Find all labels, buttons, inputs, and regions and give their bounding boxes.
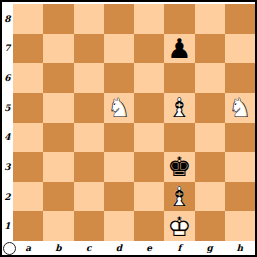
file-label-c: c [74, 241, 104, 254]
square-e2[interactable] [134, 182, 164, 212]
file-label-e: e [134, 241, 164, 254]
square-e6[interactable] [134, 63, 164, 93]
square-e8[interactable] [134, 4, 164, 34]
white-knight-glyph: ♘ [228, 94, 252, 121]
square-d2[interactable] [104, 182, 134, 212]
square-a8[interactable] [13, 4, 43, 34]
square-a7[interactable] [13, 34, 43, 64]
file-label-g: g [195, 241, 225, 254]
rank-label-4: 4 [2, 123, 13, 153]
square-d1[interactable] [104, 211, 134, 241]
square-f5[interactable]: ♝♗ [164, 93, 194, 123]
square-d6[interactable] [104, 63, 134, 93]
square-b7[interactable] [43, 34, 73, 64]
square-c7[interactable] [74, 34, 104, 64]
square-h3[interactable] [225, 152, 255, 182]
rank-label-5: 5 [2, 93, 13, 123]
white-bishop[interactable]: ♝♗ [167, 183, 191, 210]
square-a6[interactable] [13, 63, 43, 93]
white-bishop-glyph: ♗ [167, 183, 191, 210]
square-g7[interactable] [195, 34, 225, 64]
square-b3[interactable] [43, 152, 73, 182]
square-f6[interactable] [164, 63, 194, 93]
black-pawn[interactable]: ♟ [167, 35, 191, 62]
square-d4[interactable] [104, 123, 134, 153]
square-d8[interactable] [104, 4, 134, 34]
square-f2[interactable]: ♝♗ [164, 182, 194, 212]
square-h7[interactable] [225, 34, 255, 64]
chess-diagram: ♟♞♘♝♗♞♘♚♝♗♚♔ 87654321 abcdefgh [0, 0, 257, 257]
rank-label-7: 7 [2, 34, 13, 64]
black-king[interactable]: ♚ [167, 153, 191, 180]
square-e3[interactable] [134, 152, 164, 182]
square-c4[interactable] [74, 123, 104, 153]
white-king[interactable]: ♚♔ [167, 213, 191, 240]
square-c5[interactable] [74, 93, 104, 123]
file-label-d: d [104, 241, 134, 254]
square-f7[interactable]: ♟ [164, 34, 194, 64]
square-c2[interactable] [74, 182, 104, 212]
square-d7[interactable] [104, 34, 134, 64]
square-a1[interactable] [13, 211, 43, 241]
square-g4[interactable] [195, 123, 225, 153]
white-knight[interactable]: ♞♘ [228, 94, 252, 121]
square-b2[interactable] [43, 182, 73, 212]
square-e4[interactable] [134, 123, 164, 153]
rank-label-1: 1 [2, 211, 13, 241]
white-knight[interactable]: ♞♘ [107, 94, 131, 121]
white-bishop[interactable]: ♝♗ [167, 94, 191, 121]
file-label-b: b [43, 241, 73, 254]
square-h2[interactable] [225, 182, 255, 212]
square-f3[interactable]: ♚ [164, 152, 194, 182]
square-h5[interactable]: ♞♘ [225, 93, 255, 123]
square-f1[interactable]: ♚♔ [164, 211, 194, 241]
square-c8[interactable] [74, 4, 104, 34]
chess-board: ♟♞♘♝♗♞♘♚♝♗♚♔ [13, 4, 255, 241]
square-e5[interactable] [134, 93, 164, 123]
square-c3[interactable] [74, 152, 104, 182]
square-d3[interactable] [104, 152, 134, 182]
square-c1[interactable] [74, 211, 104, 241]
white-king-glyph: ♔ [167, 213, 191, 240]
black-king-glyph: ♚ [167, 153, 191, 180]
square-g8[interactable] [195, 4, 225, 34]
square-h4[interactable] [225, 123, 255, 153]
square-a5[interactable] [13, 93, 43, 123]
rank-label-2: 2 [2, 182, 13, 212]
square-h1[interactable] [225, 211, 255, 241]
square-f4[interactable] [164, 123, 194, 153]
square-g6[interactable] [195, 63, 225, 93]
square-g1[interactable] [195, 211, 225, 241]
square-a2[interactable] [13, 182, 43, 212]
file-label-a: a [13, 241, 43, 254]
rank-label-8: 8 [2, 4, 13, 34]
side-to-move-indicator [3, 242, 16, 255]
square-b6[interactable] [43, 63, 73, 93]
square-b8[interactable] [43, 4, 73, 34]
white-knight-glyph: ♘ [107, 94, 131, 121]
square-b4[interactable] [43, 123, 73, 153]
square-d5[interactable]: ♞♘ [104, 93, 134, 123]
square-g5[interactable] [195, 93, 225, 123]
square-g3[interactable] [195, 152, 225, 182]
square-c6[interactable] [74, 63, 104, 93]
square-e7[interactable] [134, 34, 164, 64]
square-f8[interactable] [164, 4, 194, 34]
square-a3[interactable] [13, 152, 43, 182]
file-label-f: f [164, 241, 194, 254]
square-h6[interactable] [225, 63, 255, 93]
black-pawn-glyph: ♟ [167, 35, 191, 62]
square-e1[interactable] [134, 211, 164, 241]
square-b1[interactable] [43, 211, 73, 241]
square-a4[interactable] [13, 123, 43, 153]
square-g2[interactable] [195, 182, 225, 212]
square-b5[interactable] [43, 93, 73, 123]
square-h8[interactable] [225, 4, 255, 34]
rank-labels: 87654321 [2, 4, 13, 241]
rank-label-6: 6 [2, 63, 13, 93]
file-label-h: h [225, 241, 255, 254]
file-labels: abcdefgh [13, 241, 255, 254]
rank-label-3: 3 [2, 152, 13, 182]
white-bishop-glyph: ♗ [167, 94, 191, 121]
